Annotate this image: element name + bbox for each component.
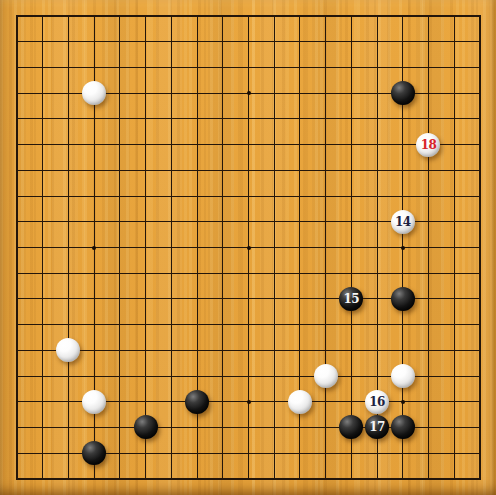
move-number-label: 16 <box>369 396 385 408</box>
stone-black <box>339 415 363 439</box>
stone-white-move-18: 18 <box>416 133 440 157</box>
stone-black <box>391 81 415 105</box>
stone-black-move-17: 17 <box>365 415 389 439</box>
stone-white <box>391 364 415 388</box>
stone-black <box>391 287 415 311</box>
stones-grid: 1814151617 <box>4 3 493 492</box>
move-number-label: 14 <box>395 216 411 228</box>
stone-black <box>391 415 415 439</box>
stone-white-move-16: 16 <box>365 390 389 414</box>
stone-white <box>288 390 312 414</box>
go-board[interactable]: 1814151617 <box>0 0 496 495</box>
move-number-label: 18 <box>421 139 437 151</box>
stone-white-move-14: 14 <box>391 210 415 234</box>
move-number-label: 17 <box>369 421 385 433</box>
stone-white <box>56 338 80 362</box>
stone-black <box>134 415 158 439</box>
move-number-label: 15 <box>343 293 359 305</box>
stone-white <box>82 390 106 414</box>
stone-black <box>185 390 209 414</box>
stone-black-move-15: 15 <box>339 287 363 311</box>
stone-white <box>82 81 106 105</box>
stone-black <box>82 441 106 465</box>
stone-white <box>314 364 338 388</box>
